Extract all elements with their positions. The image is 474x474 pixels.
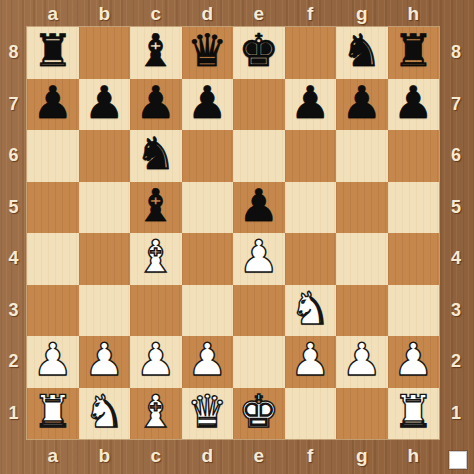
piece-white-pawn: ♟: [290, 337, 330, 382]
square-g3[interactable]: [336, 285, 388, 337]
file-label-f: f: [285, 0, 337, 27]
white-to-move-indicator: [449, 451, 467, 469]
piece-white-pawn: ♟: [342, 337, 382, 382]
square-d3[interactable]: [182, 285, 234, 337]
piece-white-bishop: ♝: [136, 234, 176, 279]
chess-board-frame: abcdefgh abcdefgh 87654321 87654321 ♜♝♛♚…: [0, 0, 474, 474]
square-d5[interactable]: [182, 182, 234, 234]
square-g8[interactable]: ♞: [336, 27, 388, 79]
square-h2[interactable]: ♟: [388, 336, 440, 388]
rank-label-2: 2: [0, 336, 27, 388]
square-a5[interactable]: [27, 182, 79, 234]
piece-white-rook: ♜: [393, 389, 433, 434]
file-label-a: a: [27, 0, 79, 27]
square-f4[interactable]: [285, 233, 337, 285]
square-b4[interactable]: [79, 233, 131, 285]
piece-black-pawn: ♟: [393, 80, 433, 125]
square-a3[interactable]: [27, 285, 79, 337]
square-a1[interactable]: ♜: [27, 388, 79, 440]
square-a6[interactable]: [27, 130, 79, 182]
rank-label-8: 8: [438, 27, 474, 79]
square-f8[interactable]: [285, 27, 337, 79]
square-b7[interactable]: ♟: [79, 79, 131, 131]
square-e8[interactable]: ♚: [233, 27, 285, 79]
rank-label-1: 1: [438, 388, 474, 440]
piece-white-queen: ♛: [187, 389, 227, 434]
piece-white-king: ♚: [239, 389, 279, 434]
square-h7[interactable]: ♟: [388, 79, 440, 131]
piece-white-pawn: ♟: [187, 337, 227, 382]
file-label-g: g: [336, 438, 388, 474]
square-c7[interactable]: ♟: [130, 79, 182, 131]
piece-black-rook: ♜: [33, 28, 73, 73]
square-h4[interactable]: [388, 233, 440, 285]
piece-white-pawn: ♟: [393, 337, 433, 382]
square-a2[interactable]: ♟: [27, 336, 79, 388]
piece-black-queen: ♛: [187, 28, 227, 73]
square-g4[interactable]: [336, 233, 388, 285]
file-label-a: a: [27, 438, 79, 474]
piece-white-rook: ♜: [33, 389, 73, 434]
rank-label-2: 2: [438, 336, 474, 388]
rank-label-6: 6: [0, 130, 27, 182]
square-b3[interactable]: [79, 285, 131, 337]
square-d1[interactable]: ♛: [182, 388, 234, 440]
square-b1[interactable]: ♞: [79, 388, 131, 440]
file-label-c: c: [130, 0, 182, 27]
square-h8[interactable]: ♜: [388, 27, 440, 79]
square-f7[interactable]: ♟: [285, 79, 337, 131]
piece-white-knight: ♞: [290, 286, 330, 331]
square-e3[interactable]: [233, 285, 285, 337]
square-f6[interactable]: [285, 130, 337, 182]
file-label-c: c: [130, 438, 182, 474]
file-label-e: e: [233, 438, 285, 474]
piece-black-king: ♚: [239, 28, 279, 73]
piece-black-pawn: ♟: [239, 183, 279, 228]
file-label-f: f: [285, 438, 337, 474]
piece-black-pawn: ♟: [342, 80, 382, 125]
file-label-b: b: [79, 0, 131, 27]
piece-black-pawn: ♟: [187, 80, 227, 125]
rank-label-6: 6: [438, 130, 474, 182]
piece-white-pawn: ♟: [136, 337, 176, 382]
square-g2[interactable]: ♟: [336, 336, 388, 388]
piece-black-bishop: ♝: [136, 183, 176, 228]
file-labels-bottom: abcdefgh: [27, 438, 439, 474]
file-label-b: b: [79, 438, 131, 474]
file-label-h: h: [388, 438, 440, 474]
square-e4[interactable]: ♟: [233, 233, 285, 285]
chess-board: ♜♝♛♚♞♜♟♟♟♟♟♟♟♞♝♟♝♟♞♟♟♟♟♟♟♟♜♞♝♛♚♜: [27, 27, 439, 439]
file-labels-top: abcdefgh: [27, 0, 439, 27]
square-h3[interactable]: [388, 285, 440, 337]
square-e2[interactable]: [233, 336, 285, 388]
rank-label-4: 4: [0, 233, 27, 285]
square-a7[interactable]: ♟: [27, 79, 79, 131]
square-g6[interactable]: [336, 130, 388, 182]
square-e5[interactable]: ♟: [233, 182, 285, 234]
rank-labels-right: 87654321: [438, 27, 474, 439]
piece-black-rook: ♜: [393, 28, 433, 73]
file-label-g: g: [336, 0, 388, 27]
square-d7[interactable]: ♟: [182, 79, 234, 131]
square-h5[interactable]: [388, 182, 440, 234]
square-b2[interactable]: ♟: [79, 336, 131, 388]
piece-black-pawn: ♟: [84, 80, 124, 125]
square-a8[interactable]: ♜: [27, 27, 79, 79]
rank-label-1: 1: [0, 388, 27, 440]
square-e7[interactable]: [233, 79, 285, 131]
square-b5[interactable]: [79, 182, 131, 234]
rank-label-7: 7: [438, 79, 474, 131]
square-c2[interactable]: ♟: [130, 336, 182, 388]
square-g1[interactable]: [336, 388, 388, 440]
square-b6[interactable]: [79, 130, 131, 182]
square-c1[interactable]: ♝: [130, 388, 182, 440]
square-e1[interactable]: ♚: [233, 388, 285, 440]
piece-white-pawn: ♟: [33, 337, 73, 382]
square-d2[interactable]: ♟: [182, 336, 234, 388]
square-d4[interactable]: [182, 233, 234, 285]
square-h6[interactable]: [388, 130, 440, 182]
square-e6[interactable]: [233, 130, 285, 182]
piece-black-bishop: ♝: [136, 28, 176, 73]
file-label-h: h: [388, 0, 440, 27]
piece-black-pawn: ♟: [290, 80, 330, 125]
square-d8[interactable]: ♛: [182, 27, 234, 79]
square-a4[interactable]: [27, 233, 79, 285]
square-c4[interactable]: ♝: [130, 233, 182, 285]
piece-white-knight: ♞: [84, 389, 124, 434]
rank-label-3: 3: [438, 285, 474, 337]
square-h1[interactable]: ♜: [388, 388, 440, 440]
piece-black-knight: ♞: [342, 28, 382, 73]
square-f5[interactable]: [285, 182, 337, 234]
piece-white-bishop: ♝: [136, 389, 176, 434]
square-g7[interactable]: ♟: [336, 79, 388, 131]
rank-label-5: 5: [0, 182, 27, 234]
square-b8[interactable]: [79, 27, 131, 79]
square-f1[interactable]: [285, 388, 337, 440]
square-c8[interactable]: ♝: [130, 27, 182, 79]
piece-white-pawn: ♟: [239, 234, 279, 279]
file-label-e: e: [233, 0, 285, 27]
square-f3[interactable]: ♞: [285, 285, 337, 337]
rank-label-4: 4: [438, 233, 474, 285]
square-g5[interactable]: [336, 182, 388, 234]
square-c3[interactable]: [130, 285, 182, 337]
rank-label-7: 7: [0, 79, 27, 131]
square-c5[interactable]: ♝: [130, 182, 182, 234]
piece-black-pawn: ♟: [33, 80, 73, 125]
rank-label-3: 3: [0, 285, 27, 337]
rank-label-5: 5: [438, 182, 474, 234]
piece-black-pawn: ♟: [136, 80, 176, 125]
piece-black-knight: ♞: [136, 131, 176, 176]
piece-white-pawn: ♟: [84, 337, 124, 382]
rank-labels-left: 87654321: [0, 27, 27, 439]
file-label-d: d: [182, 438, 234, 474]
square-d6[interactable]: [182, 130, 234, 182]
square-f2[interactable]: ♟: [285, 336, 337, 388]
file-label-d: d: [182, 0, 234, 27]
rank-label-8: 8: [0, 27, 27, 79]
square-c6[interactable]: ♞: [130, 130, 182, 182]
